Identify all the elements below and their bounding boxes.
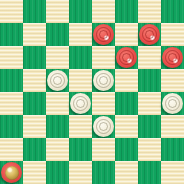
white-man-piece[interactable] [70,93,91,114]
square-c4 [46,92,69,115]
square-c1[interactable] [46,161,69,184]
square-c6 [46,46,69,69]
square-f8[interactable] [115,0,138,23]
square-b1 [23,161,46,184]
white-man-piece[interactable] [93,70,114,91]
square-a6 [0,46,23,69]
square-b5 [23,69,46,92]
square-g4 [138,92,161,115]
square-c3[interactable] [46,115,69,138]
square-c5[interactable] [46,69,69,92]
square-g8 [138,0,161,23]
square-a7[interactable] [0,23,23,46]
square-a8 [0,0,23,23]
square-f1 [115,161,138,184]
white-man-piece[interactable] [93,116,114,137]
square-g6 [138,46,161,69]
square-e5[interactable] [92,69,115,92]
square-g3[interactable] [138,115,161,138]
square-h8[interactable] [161,0,184,23]
red-man-piece[interactable] [139,24,160,45]
square-h5 [161,69,184,92]
square-g7[interactable] [138,23,161,46]
square-e1[interactable] [92,161,115,184]
square-g1[interactable] [138,161,161,184]
square-f2[interactable] [115,138,138,161]
red-king-piece[interactable] [1,162,22,183]
square-b2[interactable] [23,138,46,161]
checkers-board [0,0,184,184]
square-e3[interactable] [92,115,115,138]
square-e8 [92,0,115,23]
square-a4 [0,92,23,115]
square-a2 [0,138,23,161]
square-b4[interactable] [23,92,46,115]
square-h1 [161,161,184,184]
square-b3 [23,115,46,138]
square-e7[interactable] [92,23,115,46]
square-c2 [46,138,69,161]
square-b6[interactable] [23,46,46,69]
square-c8 [46,0,69,23]
square-c7[interactable] [46,23,69,46]
square-e2 [92,138,115,161]
square-a1[interactable] [0,161,23,184]
square-g5[interactable] [138,69,161,92]
square-e4 [92,92,115,115]
square-h7 [161,23,184,46]
square-d1 [69,161,92,184]
square-f3 [115,115,138,138]
square-a5[interactable] [0,69,23,92]
white-man-piece[interactable] [162,93,183,114]
square-a3[interactable] [0,115,23,138]
red-man-piece[interactable] [116,47,137,68]
square-b7 [23,23,46,46]
square-d4[interactable] [69,92,92,115]
square-b8[interactable] [23,0,46,23]
square-d8[interactable] [69,0,92,23]
square-f5 [115,69,138,92]
red-man-piece[interactable] [162,47,183,68]
square-h6[interactable] [161,46,184,69]
square-f7 [115,23,138,46]
square-g2 [138,138,161,161]
square-h4[interactable] [161,92,184,115]
white-man-piece[interactable] [47,70,68,91]
square-d7 [69,23,92,46]
square-e6 [92,46,115,69]
square-d3 [69,115,92,138]
red-man-piece[interactable] [93,24,114,45]
square-d5 [69,69,92,92]
square-f6[interactable] [115,46,138,69]
square-h3 [161,115,184,138]
square-f4[interactable] [115,92,138,115]
square-d2[interactable] [69,138,92,161]
square-d6[interactable] [69,46,92,69]
square-h2[interactable] [161,138,184,161]
